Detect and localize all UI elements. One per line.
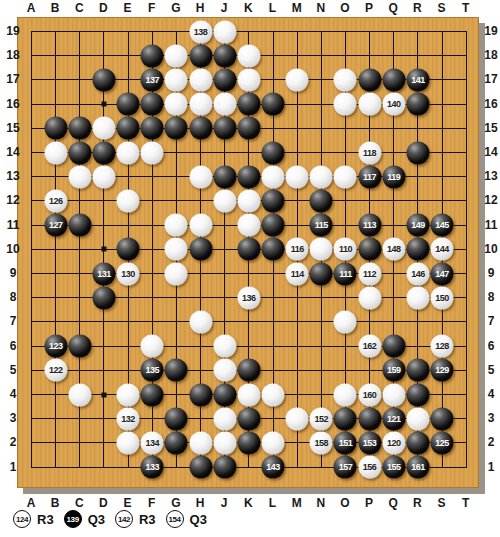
column-label-top: L — [269, 1, 276, 15]
stone-D14[interactable] — [92, 141, 115, 164]
stone-J17[interactable] — [213, 68, 236, 91]
captured-move-coord: R3 — [139, 512, 156, 527]
move-number: 133 — [145, 463, 159, 472]
stone-D8[interactable] — [92, 286, 115, 309]
column-label-bottom: G — [171, 496, 180, 510]
column-label-bottom: S — [438, 496, 446, 510]
column-label-top: Q — [389, 1, 398, 15]
stone-S2[interactable]: 125 — [431, 431, 454, 454]
captured-move-circle: 139 — [64, 510, 82, 528]
stone-Q6[interactable] — [382, 335, 405, 358]
stone-J1[interactable] — [213, 456, 236, 479]
move-number: 160 — [363, 390, 377, 399]
stone-F5[interactable]: 135 — [141, 359, 164, 382]
stone-K17[interactable] — [237, 68, 260, 91]
row-label-left: 5 — [10, 363, 17, 377]
stone-N12[interactable] — [310, 189, 333, 212]
row-label-right: 2 — [488, 435, 495, 449]
row-label-right: 14 — [484, 145, 497, 159]
column-label-top: C — [75, 1, 84, 15]
stone-E12[interactable] — [117, 189, 140, 212]
row-label-left: 18 — [6, 48, 19, 62]
stone-R10[interactable] — [406, 238, 429, 261]
stone-D13[interactable] — [92, 165, 115, 188]
column-label-top: E — [124, 1, 132, 15]
capture-annotation: 124R3139Q3142R3154Q3 — [13, 509, 211, 529]
column-label-top: G — [171, 1, 180, 15]
stone-O1[interactable]: 157 — [334, 456, 357, 479]
stone-H2[interactable] — [189, 431, 212, 454]
stone-P2[interactable]: 153 — [358, 431, 381, 454]
stone-K8[interactable]: 136 — [237, 286, 260, 309]
row-label-right: 6 — [488, 339, 495, 353]
stone-R9[interactable]: 146 — [406, 262, 429, 285]
stone-R17[interactable]: 141 — [406, 68, 429, 91]
stone-N9[interactable] — [310, 262, 333, 285]
stone-O16[interactable] — [334, 93, 357, 116]
stone-J18[interactable] — [213, 44, 236, 67]
move-number: 155 — [387, 463, 401, 472]
stone-P14[interactable]: 118 — [358, 141, 381, 164]
move-number: 161 — [411, 463, 425, 472]
column-label-bottom: A — [27, 496, 36, 510]
column-label-bottom: B — [51, 496, 60, 510]
stone-J3[interactable] — [213, 407, 236, 430]
row-label-right: 13 — [484, 169, 497, 183]
move-number: 125 — [435, 438, 449, 447]
move-number: 120 — [387, 438, 401, 447]
stone-B5[interactable]: 122 — [44, 359, 67, 382]
stone-P1[interactable]: 156 — [358, 456, 381, 479]
row-label-right: 4 — [488, 387, 495, 401]
move-number: 153 — [363, 438, 377, 447]
column-label-bottom: E — [124, 496, 132, 510]
move-number: 158 — [315, 438, 329, 447]
move-number: 140 — [387, 100, 401, 109]
row-label-right: 5 — [488, 363, 495, 377]
row-label-left: 1 — [10, 460, 17, 474]
stone-H16[interactable] — [189, 93, 212, 116]
stone-N2[interactable]: 158 — [310, 431, 333, 454]
stone-L11[interactable] — [262, 214, 285, 237]
column-label-top: M — [292, 1, 302, 15]
stone-J19[interactable] — [213, 20, 236, 43]
stone-K5[interactable] — [237, 359, 260, 382]
move-number: 148 — [387, 245, 401, 254]
stone-Q17[interactable] — [382, 68, 405, 91]
stone-K10[interactable] — [237, 238, 260, 261]
stone-C4[interactable] — [68, 383, 91, 406]
stone-J16[interactable] — [213, 93, 236, 116]
stone-C15[interactable] — [68, 117, 91, 140]
star-point — [101, 392, 106, 397]
stone-S9[interactable]: 147 — [431, 262, 454, 285]
row-label-left: 10 — [6, 242, 19, 256]
row-label-right: 19 — [484, 24, 497, 38]
grid-line-vertical — [466, 31, 467, 467]
row-label-right: 8 — [488, 290, 495, 304]
stone-Q10[interactable]: 148 — [382, 238, 405, 261]
column-label-bottom: D — [99, 496, 108, 510]
stone-K2[interactable] — [237, 431, 260, 454]
captured-move-circle: 142 — [115, 510, 133, 528]
stone-E9[interactable]: 130 — [117, 262, 140, 285]
stone-R8[interactable] — [406, 286, 429, 309]
move-number: 129 — [435, 366, 449, 375]
stone-G5[interactable] — [165, 359, 188, 382]
stone-E3[interactable]: 132 — [117, 407, 140, 430]
stone-H11[interactable] — [189, 214, 212, 237]
column-label-top: T — [462, 1, 469, 15]
stone-E15[interactable] — [117, 117, 140, 140]
move-number: 121 — [387, 414, 401, 423]
stone-B15[interactable] — [44, 117, 67, 140]
stone-R4[interactable] — [406, 383, 429, 406]
stone-P9[interactable]: 112 — [358, 262, 381, 285]
stone-F1[interactable]: 133 — [141, 456, 164, 479]
stone-G10[interactable] — [165, 238, 188, 261]
stone-F14[interactable] — [141, 141, 164, 164]
row-label-left: 11 — [7, 218, 20, 232]
move-number: 131 — [97, 269, 111, 278]
stone-P4[interactable]: 160 — [358, 383, 381, 406]
stone-P16[interactable] — [358, 93, 381, 116]
stone-J2[interactable] — [213, 431, 236, 454]
stone-O9[interactable]: 111 — [334, 262, 357, 285]
stone-G15[interactable] — [165, 117, 188, 140]
stone-E2[interactable] — [117, 431, 140, 454]
row-label-left: 8 — [10, 290, 17, 304]
column-label-top: R — [413, 1, 422, 15]
stone-E16[interactable] — [117, 93, 140, 116]
stone-O10[interactable]: 110 — [334, 238, 357, 261]
stone-H13[interactable] — [189, 165, 212, 188]
column-label-bottom: T — [462, 496, 469, 510]
stone-G16[interactable] — [165, 93, 188, 116]
stone-S11[interactable]: 145 — [431, 214, 454, 237]
column-label-top: K — [244, 1, 253, 15]
stone-M3[interactable] — [286, 407, 309, 430]
row-label-right: 17 — [484, 72, 497, 86]
move-number: 146 — [411, 269, 425, 278]
move-number: 132 — [121, 414, 135, 423]
stone-K16[interactable] — [237, 93, 260, 116]
row-label-left: 12 — [6, 193, 19, 207]
stone-L14[interactable] — [262, 141, 285, 164]
column-label-bottom: Q — [389, 496, 398, 510]
stone-B12[interactable]: 126 — [44, 189, 67, 212]
row-label-right: 18 — [484, 48, 497, 62]
stone-F16[interactable] — [141, 93, 164, 116]
stone-F17[interactable]: 137 — [141, 68, 164, 91]
stone-M10[interactable]: 116 — [286, 238, 309, 261]
stone-E14[interactable] — [117, 141, 140, 164]
column-label-bottom: P — [365, 496, 373, 510]
stone-H10[interactable] — [189, 238, 212, 261]
stone-Q2[interactable]: 120 — [382, 431, 405, 454]
stone-O17[interactable] — [334, 68, 357, 91]
column-label-bottom: N — [316, 496, 325, 510]
stone-M13[interactable] — [286, 165, 309, 188]
move-number: 149 — [411, 221, 425, 230]
stone-Q1[interactable]: 155 — [382, 456, 405, 479]
captured-move-circle: 124 — [13, 510, 31, 528]
row-label-left: 2 — [10, 435, 17, 449]
row-label-left: 17 — [6, 72, 19, 86]
row-label-right: 11 — [485, 218, 498, 232]
stone-R3[interactable] — [406, 407, 429, 430]
stone-H17[interactable] — [189, 68, 212, 91]
column-label-top: F — [148, 1, 155, 15]
stone-K13[interactable] — [237, 165, 260, 188]
stone-S3[interactable] — [431, 407, 454, 430]
stone-H4[interactable] — [189, 383, 212, 406]
stone-G9[interactable] — [165, 262, 188, 285]
row-label-left: 3 — [10, 411, 17, 425]
stone-Q16[interactable]: 140 — [382, 93, 405, 116]
stone-P8[interactable] — [358, 286, 381, 309]
column-label-bottom: H — [196, 496, 205, 510]
row-label-left: 15 — [6, 121, 19, 135]
stone-D15[interactable] — [92, 117, 115, 140]
column-label-top: H — [196, 1, 205, 15]
column-label-bottom: O — [340, 496, 349, 510]
stone-G17[interactable] — [165, 68, 188, 91]
row-label-left: 4 — [10, 387, 17, 401]
row-label-right: 16 — [484, 97, 497, 111]
stone-O13[interactable] — [334, 165, 357, 188]
stone-J15[interactable] — [213, 117, 236, 140]
stone-F15[interactable] — [141, 117, 164, 140]
move-number: 115 — [315, 221, 328, 230]
move-number: 147 — [435, 269, 449, 278]
move-number: 162 — [363, 342, 377, 351]
go-game-record-viewer: 124R3139Q3142R3154Q3 AABBCCDDEEFFGGHHJJK… — [0, 0, 500, 537]
stone-S5[interactable]: 129 — [431, 359, 454, 382]
move-number: 157 — [339, 463, 353, 472]
stone-L2[interactable] — [262, 431, 285, 454]
column-label-bottom: M — [292, 496, 302, 510]
move-number: 156 — [363, 463, 377, 472]
stone-N13[interactable] — [310, 165, 333, 188]
stone-P11[interactable]: 113 — [358, 214, 381, 237]
move-number: 114 — [291, 269, 304, 278]
stone-M9[interactable]: 114 — [286, 262, 309, 285]
move-number: 116 — [291, 245, 304, 254]
stone-H1[interactable] — [189, 456, 212, 479]
stone-K18[interactable] — [237, 44, 260, 67]
move-number: 150 — [435, 293, 449, 302]
column-label-top: J — [221, 1, 228, 15]
row-label-right: 10 — [484, 242, 497, 256]
stone-H7[interactable] — [189, 310, 212, 333]
stone-J13[interactable] — [213, 165, 236, 188]
column-label-bottom: C — [75, 496, 84, 510]
grid-line-horizontal — [31, 321, 467, 322]
stone-D9[interactable]: 131 — [92, 262, 115, 285]
stone-O2[interactable]: 151 — [334, 431, 357, 454]
move-number: 110 — [339, 245, 352, 254]
move-number: 113 — [363, 221, 376, 230]
board-shadow-right — [479, 23, 485, 494]
move-number: 159 — [387, 366, 401, 375]
move-number: 122 — [49, 366, 63, 375]
stone-D17[interactable] — [92, 68, 115, 91]
column-label-bottom: L — [269, 496, 276, 510]
move-number: 144 — [435, 245, 449, 254]
stone-R1[interactable]: 161 — [406, 456, 429, 479]
stone-C13[interactable] — [68, 165, 91, 188]
stone-F18[interactable] — [141, 44, 164, 67]
stone-S6[interactable]: 128 — [431, 335, 454, 358]
move-number: 111 — [339, 269, 352, 278]
move-number: 123 — [49, 342, 63, 351]
stone-B14[interactable] — [44, 141, 67, 164]
move-number: 117 — [363, 172, 376, 181]
stone-P3[interactable] — [358, 407, 381, 430]
row-label-left: 19 — [6, 24, 19, 38]
move-number: 141 — [411, 75, 425, 84]
stone-N11[interactable]: 115 — [310, 214, 333, 237]
column-label-top: B — [51, 1, 60, 15]
stone-L12[interactable] — [262, 189, 285, 212]
captured-move-circle: 154 — [166, 510, 184, 528]
move-number: 112 — [363, 269, 376, 278]
stone-O3[interactable] — [334, 407, 357, 430]
stone-K3[interactable] — [237, 407, 260, 430]
stone-R11[interactable]: 149 — [406, 214, 429, 237]
move-number: 135 — [145, 366, 159, 375]
move-number: 137 — [145, 75, 159, 84]
stone-Q13[interactable]: 119 — [382, 165, 405, 188]
stone-S10[interactable]: 144 — [431, 238, 454, 261]
move-number: 136 — [242, 293, 256, 302]
stone-P10[interactable] — [358, 238, 381, 261]
stone-J6[interactable] — [213, 335, 236, 358]
column-label-bottom: R — [413, 496, 422, 510]
row-label-right: 7 — [488, 314, 495, 328]
stone-L4[interactable] — [262, 383, 285, 406]
stone-H19[interactable]: 138 — [189, 20, 212, 43]
stone-R14[interactable] — [406, 141, 429, 164]
stone-K12[interactable] — [237, 189, 260, 212]
stone-J12[interactable] — [213, 189, 236, 212]
captured-move-coord: Q3 — [88, 512, 105, 527]
stone-S8[interactable]: 150 — [431, 286, 454, 309]
stone-E4[interactable] — [117, 383, 140, 406]
stone-F2[interactable]: 134 — [141, 431, 164, 454]
stone-Q4[interactable] — [382, 383, 405, 406]
stone-G3[interactable] — [165, 407, 188, 430]
move-number: 134 — [145, 438, 159, 447]
stone-L13[interactable] — [262, 165, 285, 188]
move-number: 128 — [435, 342, 449, 351]
stone-P6[interactable]: 162 — [358, 335, 381, 358]
stone-O7[interactable] — [334, 310, 357, 333]
stone-R5[interactable] — [406, 359, 429, 382]
stone-N3[interactable]: 152 — [310, 407, 333, 430]
row-label-right: 3 — [488, 411, 495, 425]
move-number: 152 — [315, 414, 329, 423]
stone-B11[interactable]: 127 — [44, 214, 67, 237]
stone-P17[interactable] — [358, 68, 381, 91]
stone-K4[interactable] — [237, 383, 260, 406]
column-label-bottom: J — [221, 496, 228, 510]
stone-N10[interactable] — [310, 238, 333, 261]
column-label-bottom: K — [244, 496, 253, 510]
row-label-right: 12 — [484, 193, 497, 207]
stone-C14[interactable] — [68, 141, 91, 164]
stone-G18[interactable] — [165, 44, 188, 67]
board-shadow-bottom — [23, 488, 485, 494]
row-label-left: 7 — [10, 314, 17, 328]
stone-J5[interactable] — [213, 359, 236, 382]
stone-J4[interactable] — [213, 383, 236, 406]
column-label-top: O — [340, 1, 349, 15]
row-label-right: 9 — [488, 266, 495, 280]
stone-G2[interactable] — [165, 431, 188, 454]
stone-R2[interactable] — [406, 431, 429, 454]
move-number: 151 — [339, 438, 353, 447]
stone-C6[interactable] — [68, 335, 91, 358]
row-label-left: 16 — [6, 97, 19, 111]
stone-M17[interactable] — [286, 68, 309, 91]
move-number: 130 — [121, 269, 135, 278]
move-number: 143 — [266, 463, 280, 472]
stone-L16[interactable] — [262, 93, 285, 116]
stone-K15[interactable] — [237, 117, 260, 140]
star-point — [101, 247, 106, 252]
stone-R16[interactable] — [406, 93, 429, 116]
row-label-right: 15 — [484, 121, 497, 135]
stone-Q5[interactable]: 159 — [382, 359, 405, 382]
move-number: 126 — [49, 196, 63, 205]
move-number: 145 — [435, 221, 449, 230]
stone-H15[interactable] — [189, 117, 212, 140]
stone-L10[interactable] — [262, 238, 285, 261]
column-label-top: A — [27, 1, 36, 15]
stone-E10[interactable] — [117, 238, 140, 261]
stone-F4[interactable] — [141, 383, 164, 406]
column-label-top: N — [316, 1, 325, 15]
move-number: 119 — [387, 172, 400, 181]
stone-F6[interactable] — [141, 335, 164, 358]
star-point — [101, 102, 106, 107]
stone-B6[interactable]: 123 — [44, 335, 67, 358]
column-label-top: D — [99, 1, 108, 15]
stone-G11[interactable] — [165, 214, 188, 237]
stone-K11[interactable] — [237, 214, 260, 237]
column-label-top: P — [365, 1, 373, 15]
row-label-left: 6 — [10, 339, 17, 353]
captured-move-coord: Q3 — [190, 512, 207, 527]
column-label-bottom: F — [148, 496, 155, 510]
stone-H18[interactable] — [189, 44, 212, 67]
row-label-left: 9 — [10, 266, 17, 280]
stone-P13[interactable]: 117 — [358, 165, 381, 188]
row-label-right: 1 — [488, 460, 495, 474]
row-label-left: 14 — [6, 145, 19, 159]
move-number: 118 — [363, 148, 376, 157]
stone-L1[interactable]: 143 — [262, 456, 285, 479]
row-label-left: 13 — [6, 169, 19, 183]
move-number: 138 — [194, 27, 208, 36]
stone-O4[interactable] — [334, 383, 357, 406]
column-label-top: S — [438, 1, 446, 15]
captured-move-coord: R3 — [37, 512, 54, 527]
stone-Q3[interactable]: 121 — [382, 407, 405, 430]
stone-C11[interactable] — [68, 214, 91, 237]
